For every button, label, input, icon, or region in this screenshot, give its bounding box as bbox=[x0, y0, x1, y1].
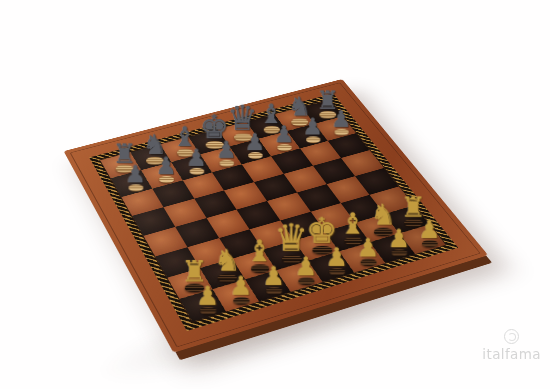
square: ♟ bbox=[370, 234, 416, 264]
piece-wood-base bbox=[334, 129, 348, 136]
board-squares: ♜♞♝♚♛♝♞♜♟♟♟♟♟♟♟♟♜♞♝♛♚♝♞♜♟♟♟♟♟♟♟♟ bbox=[99, 99, 447, 323]
piece-wood-base bbox=[189, 168, 204, 175]
piece-wood-base bbox=[277, 144, 291, 151]
piece-wood-base bbox=[391, 249, 407, 256]
piece-silver-bishop: ♝ bbox=[254, 101, 288, 133]
piece-wood-base bbox=[218, 274, 237, 283]
piece-wood-base bbox=[312, 246, 332, 254]
product-photo: ♜♞♝♚♛♝♞♜♟♟♟♟♟♟♟♟♜♞♝♛♚♝♞♜♟♟♟♟♟♟♟♟ italfam… bbox=[0, 0, 550, 389]
perspective-container: ♜♞♝♚♛♝♞♜♟♟♟♟♟♟♟♟♜♞♝♛♚♝♞♜♟♟♟♟♟♟♟♟ bbox=[106, 40, 428, 362]
square bbox=[310, 203, 354, 231]
watermark: italfama bbox=[482, 329, 541, 362]
piece-wood-base bbox=[234, 133, 252, 141]
piece-glyph: ♟ bbox=[330, 108, 350, 131]
piece-gold-rook: ♜ bbox=[395, 194, 432, 228]
piece-gold-knight: ♞ bbox=[208, 246, 246, 282]
piece-wood-base bbox=[185, 284, 204, 293]
piece-wood-base bbox=[360, 259, 376, 266]
piece-wood-base bbox=[200, 307, 216, 315]
rope-trim-border: ♜♞♝♚♛♝♞♜♟♟♟♟♟♟♟♟♜♞♝♛♚♝♞♜♟♟♟♟♟♟♟♟ bbox=[89, 94, 458, 331]
piece-wood-base bbox=[329, 268, 345, 275]
piece-silver-pawn: ♟ bbox=[324, 108, 358, 135]
piece-wood-base bbox=[176, 149, 192, 157]
piece-wood-base bbox=[146, 157, 163, 165]
square bbox=[175, 218, 219, 247]
piece-glyph: ♟ bbox=[418, 217, 440, 242]
piece-wood-base bbox=[219, 160, 234, 167]
italfama-logo-icon bbox=[504, 329, 519, 344]
piece-wood-base bbox=[159, 176, 174, 183]
piece-wood-base bbox=[404, 219, 422, 227]
piece-wood-base bbox=[265, 287, 281, 295]
piece-wood-base bbox=[233, 297, 249, 305]
piece-wood-base bbox=[344, 237, 362, 245]
square: ♜ bbox=[167, 268, 212, 299]
piece-wood-base bbox=[374, 228, 393, 236]
piece-wood-base bbox=[128, 184, 143, 191]
piece-glyph: ♜ bbox=[316, 88, 339, 113]
piece-wood-base bbox=[251, 265, 269, 273]
piece-wood-base bbox=[421, 240, 437, 247]
piece-wood-base bbox=[116, 165, 134, 173]
piece-wood-base bbox=[205, 141, 223, 149]
piece-wood-base bbox=[305, 136, 319, 143]
piece-wood-base bbox=[291, 118, 308, 126]
watermark-brand-text: italfama bbox=[482, 346, 541, 362]
piece-wood-base bbox=[248, 152, 262, 159]
piece-wood-base bbox=[298, 277, 314, 284]
piece-silver-rook: ♜ bbox=[311, 88, 345, 119]
piece-wood-base bbox=[263, 126, 279, 134]
piece-wood-base bbox=[319, 111, 336, 118]
chess-board: ♜♞♝♚♛♝♞♜♟♟♟♟♟♟♟♟♜♞♝♛♚♝♞♜♟♟♟♟♟♟♟♟ bbox=[64, 79, 489, 353]
piece-wood-base bbox=[281, 255, 301, 263]
square bbox=[224, 182, 267, 209]
board-leather-frame: ♜♞♝♚♛♝♞♜♟♟♟♟♟♟♟♟♜♞♝♛♚♝♞♜♟♟♟♟♟♟♟♟ bbox=[64, 79, 489, 353]
